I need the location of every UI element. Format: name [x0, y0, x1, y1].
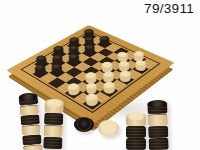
checker-stack [43, 99, 64, 150]
black-checker-side [126, 138, 146, 150]
loose-pieces [0, 0, 200, 150]
black-checker-top [74, 117, 94, 132]
light-checker-side [148, 114, 168, 127]
light-checker-top [45, 99, 64, 108]
black-checker-side [148, 126, 168, 139]
black-checker-side [44, 113, 63, 126]
light-checker-side [23, 144, 43, 150]
light-checker-side [44, 125, 63, 138]
black-checker-side [148, 138, 168, 150]
light-checker-top [98, 120, 119, 136]
checker-stack [126, 112, 146, 150]
checker-stack [147, 100, 169, 150]
product-photo: 79/3911 [0, 0, 200, 150]
black-checker-side [126, 126, 146, 138]
light-checker-top [126, 112, 146, 120]
black-checker-side [43, 137, 62, 150]
checker-stack [18, 92, 42, 150]
